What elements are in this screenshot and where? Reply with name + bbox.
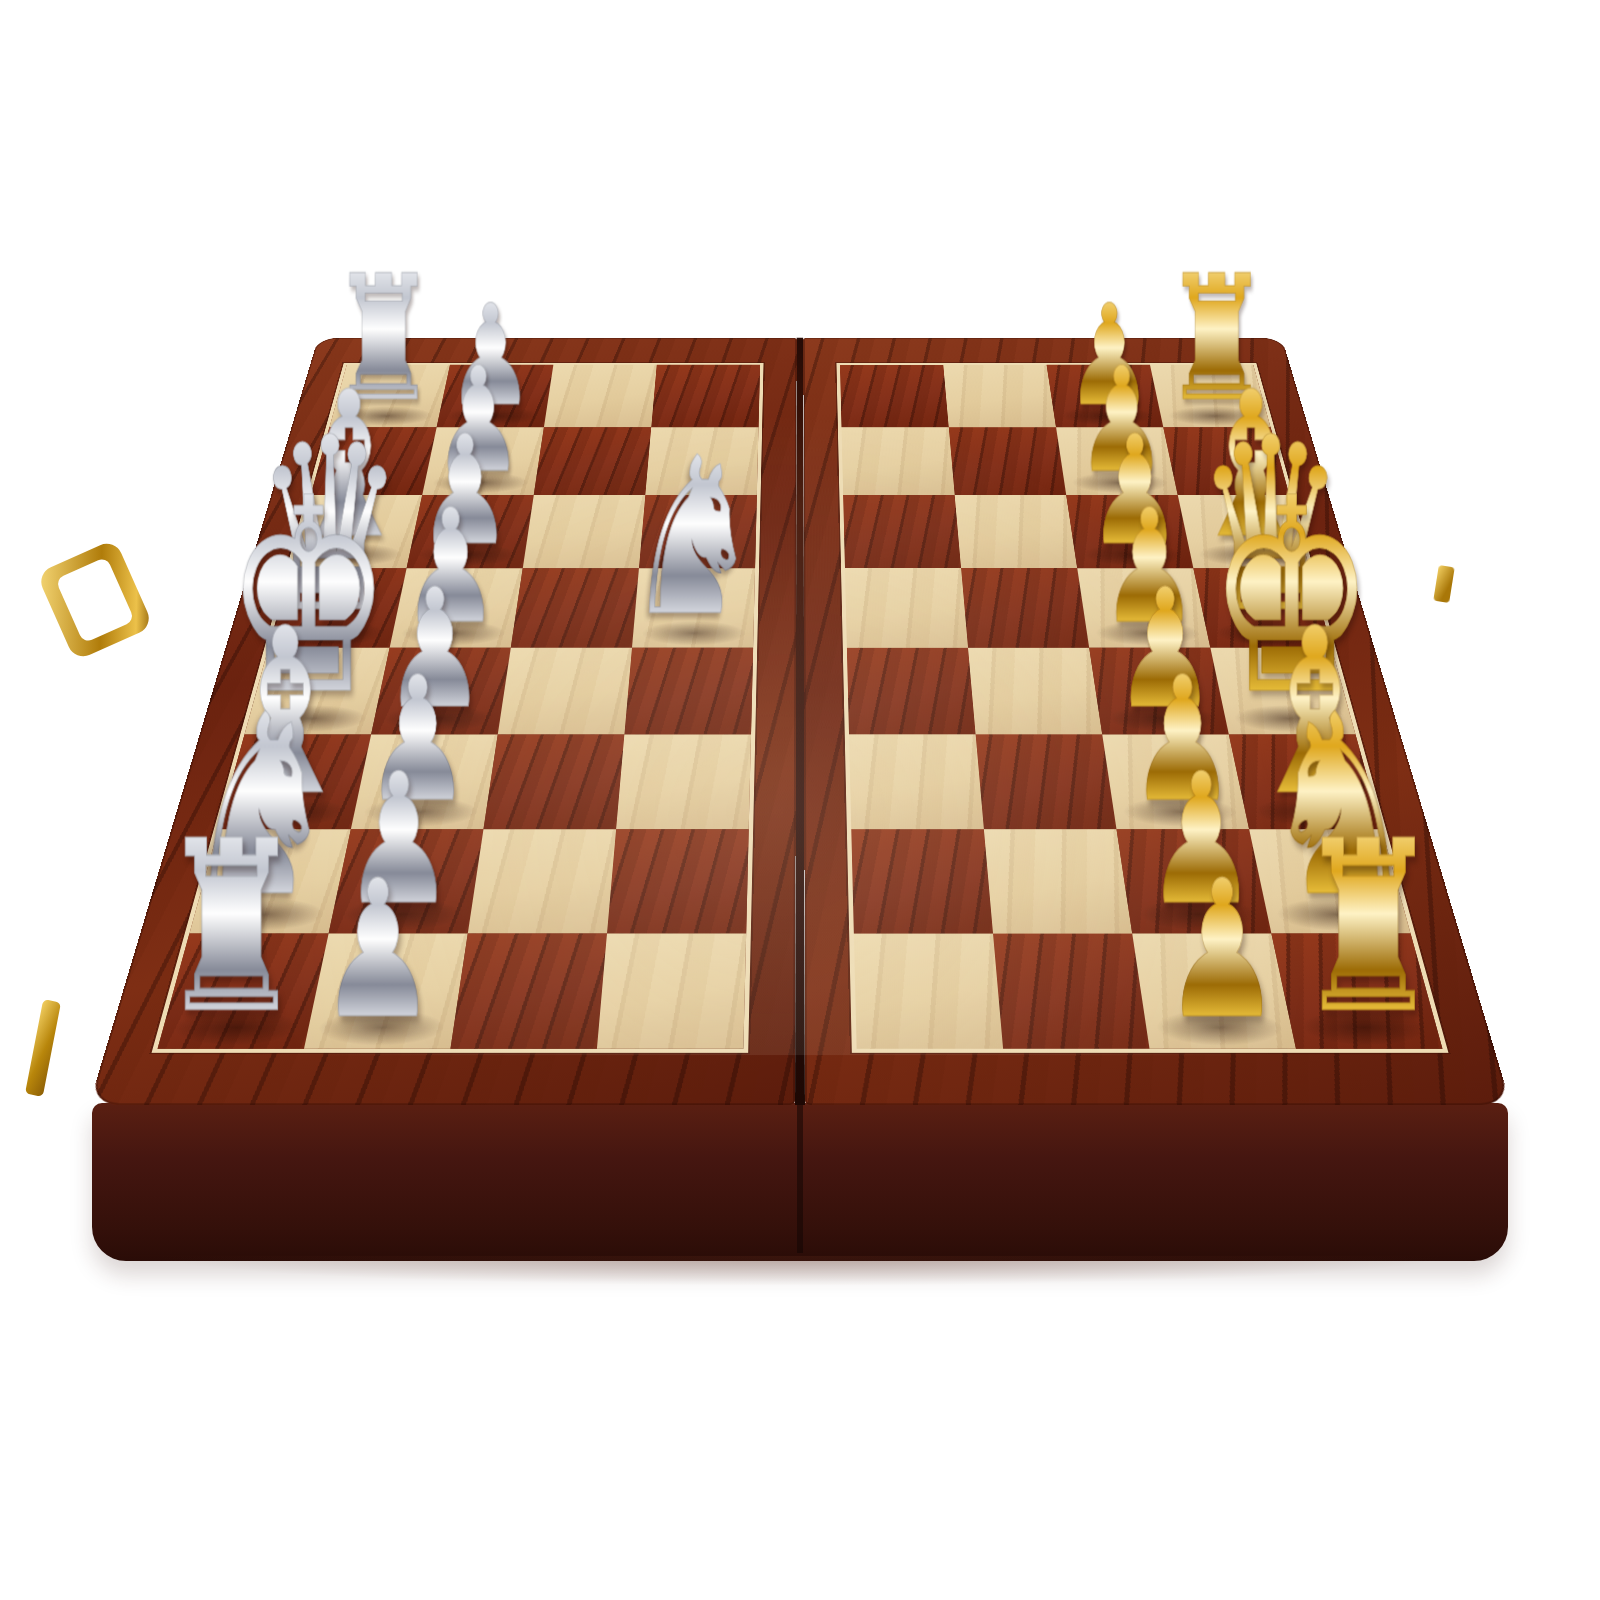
square-f5 bbox=[849, 734, 984, 829]
square-b5 bbox=[841, 427, 954, 495]
square-d3 bbox=[511, 568, 639, 648]
playing-area-left: ♜♟♟♝♟♛♟♞♚♟♝♟♞♟♜♟ bbox=[152, 363, 764, 1053]
square-h8: ♜ bbox=[1271, 934, 1442, 1049]
square-a6 bbox=[943, 365, 1056, 428]
square-h5 bbox=[854, 934, 1003, 1049]
square-d5 bbox=[845, 568, 968, 648]
square-c6 bbox=[955, 495, 1078, 568]
square-b6 bbox=[949, 427, 1066, 495]
square-e3 bbox=[498, 648, 632, 735]
square-h7: ♟ bbox=[1132, 934, 1296, 1049]
square-h2: ♟ bbox=[304, 934, 468, 1049]
square-c5 bbox=[843, 495, 961, 568]
square-h1: ♜ bbox=[158, 934, 329, 1049]
square-a5 bbox=[840, 365, 949, 428]
square-f3 bbox=[483, 734, 624, 829]
silver-pawn-h2: ♟ bbox=[319, 856, 437, 1046]
square-g3 bbox=[468, 829, 616, 933]
square-d4: ♞ bbox=[632, 568, 755, 648]
silver-rook-h1: ♜ bbox=[158, 810, 305, 1046]
gold-pawn-h7: ♟ bbox=[1163, 856, 1281, 1046]
playing-area-right: ♟♜♟♟♝♟♛♟♚♟♝♟♞♟♜ bbox=[836, 363, 1448, 1053]
square-g5 bbox=[851, 829, 993, 933]
gold-rook-h8: ♜ bbox=[1295, 810, 1442, 1046]
silver-knight-d4: ♞ bbox=[625, 428, 760, 645]
square-h3 bbox=[450, 934, 607, 1049]
square-d6 bbox=[961, 568, 1089, 648]
square-f4 bbox=[616, 734, 751, 829]
square-e6 bbox=[968, 648, 1102, 735]
board-half-right: ♟♜♟♟♝♟♛♟♚♟♝♟♞♟♜ bbox=[803, 338, 1511, 1105]
perspective-scene: ♜♟♟♝♟♛♟♞♚♟♝♟♞♟♜♟ ♟♜♟♟♝♟♛♟♚♟♝♟♞♟♜ bbox=[0, 0, 1600, 1600]
square-e4 bbox=[624, 648, 753, 735]
square-f6 bbox=[976, 734, 1117, 829]
photo-stage: ♜♟♟♝♟♛♟♞♚♟♝♟♞♟♜♟ ♟♜♟♟♝♟♛♟♚♟♝♟♞♟♜ bbox=[0, 0, 1600, 1600]
square-h4 bbox=[597, 934, 746, 1049]
square-h6 bbox=[993, 934, 1150, 1049]
square-e5 bbox=[847, 648, 976, 735]
square-g6 bbox=[984, 829, 1132, 933]
square-g4 bbox=[607, 829, 749, 933]
chess-board: ♜♟♟♝♟♛♟♞♚♟♝♟♞♟♜♟ ♟♜♟♟♝♟♛♟♚♟♝♟♞♟♜ bbox=[89, 338, 1511, 1105]
board-half-left: ♜♟♟♝♟♛♟♞♚♟♝♟♞♟♜♟ bbox=[89, 338, 797, 1105]
